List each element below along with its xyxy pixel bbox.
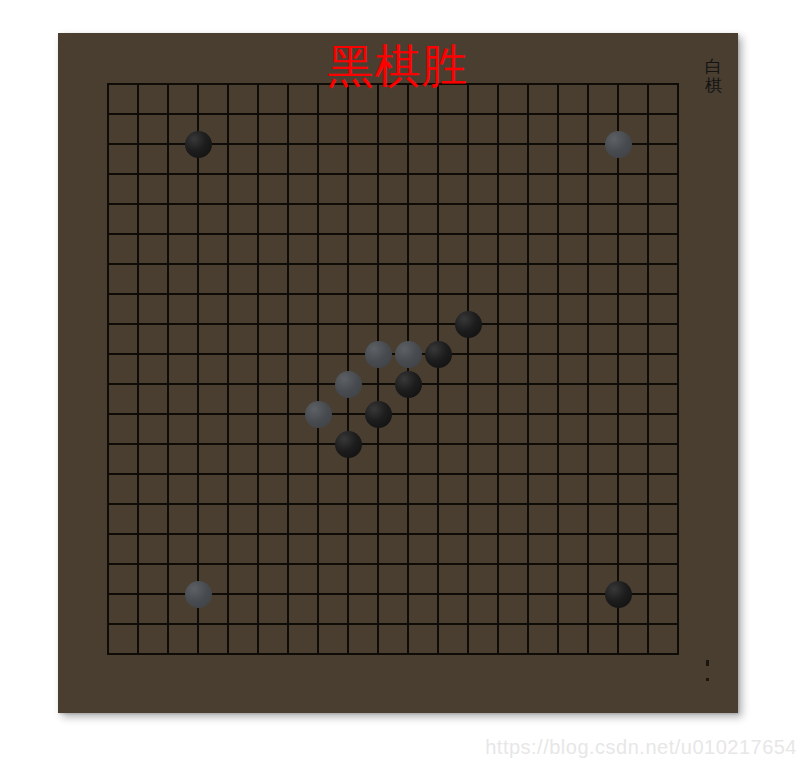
grid-cell[interactable] — [347, 143, 377, 173]
grid-cell[interactable] — [197, 233, 227, 263]
grid-cell[interactable] — [647, 443, 677, 473]
grid-cell[interactable] — [137, 173, 167, 203]
grid-cell[interactable] — [257, 143, 287, 173]
grid-cell[interactable] — [377, 593, 407, 623]
grid-cell[interactable] — [467, 533, 497, 563]
grid-cell[interactable] — [167, 323, 197, 353]
grid-cell[interactable] — [527, 413, 557, 443]
grid-cell[interactable] — [407, 533, 437, 563]
grid-cell[interactable] — [257, 383, 287, 413]
grid-cell[interactable] — [617, 623, 647, 653]
grid-cell[interactable] — [227, 413, 257, 443]
grid-cell[interactable] — [497, 293, 527, 323]
grid-cell[interactable] — [227, 263, 257, 293]
grid-cell[interactable] — [107, 323, 137, 353]
grid-cell[interactable] — [107, 503, 137, 533]
grid-cell[interactable] — [347, 203, 377, 233]
grid-cell[interactable] — [227, 173, 257, 203]
grid-cell[interactable] — [377, 173, 407, 203]
grid-cell[interactable] — [347, 533, 377, 563]
grid-cell[interactable] — [407, 593, 437, 623]
grid-cell[interactable] — [257, 623, 287, 653]
grid-cell[interactable] — [197, 293, 227, 323]
grid-cell[interactable] — [587, 203, 617, 233]
grid-cell[interactable] — [257, 323, 287, 353]
grid-cell[interactable] — [647, 143, 677, 173]
grid-cell[interactable] — [437, 473, 467, 503]
grid-cell[interactable] — [317, 203, 347, 233]
grid-cell[interactable] — [587, 353, 617, 383]
grid-cell[interactable] — [617, 383, 647, 413]
grid-cell[interactable] — [257, 263, 287, 293]
board-grid-area[interactable] — [107, 83, 679, 655]
grid-cell[interactable] — [617, 173, 647, 203]
grid-cell[interactable] — [137, 143, 167, 173]
grid-cell[interactable] — [227, 233, 257, 263]
grid-cell[interactable] — [347, 173, 377, 203]
grid-cell[interactable] — [167, 353, 197, 383]
grid-cell[interactable] — [497, 563, 527, 593]
grid-cell[interactable] — [317, 173, 347, 203]
grid-cell[interactable] — [527, 443, 557, 473]
grid-cell[interactable] — [617, 443, 647, 473]
grid-cell[interactable] — [137, 533, 167, 563]
grid-cell[interactable] — [377, 203, 407, 233]
grid-cell[interactable] — [347, 593, 377, 623]
grid-cell[interactable] — [377, 443, 407, 473]
grid-cell[interactable] — [587, 443, 617, 473]
grid-cell[interactable] — [647, 533, 677, 563]
grid-cell[interactable] — [287, 443, 317, 473]
grid-cell[interactable] — [557, 593, 587, 623]
grid-cell[interactable] — [137, 203, 167, 233]
grid-cell[interactable] — [467, 263, 497, 293]
grid-cell[interactable] — [647, 293, 677, 323]
grid-cell[interactable] — [347, 623, 377, 653]
grid-cell[interactable] — [197, 203, 227, 233]
grid-cell[interactable] — [467, 563, 497, 593]
grid-cell[interactable] — [347, 293, 377, 323]
grid-cell[interactable] — [347, 473, 377, 503]
grid-cell[interactable] — [437, 173, 467, 203]
grid-cell[interactable] — [227, 623, 257, 653]
grid-cell[interactable] — [407, 143, 437, 173]
grid-cell[interactable] — [557, 353, 587, 383]
grid-cell[interactable] — [467, 173, 497, 203]
grid-cell[interactable] — [287, 623, 317, 653]
grid-cell[interactable] — [557, 323, 587, 353]
grid-cell[interactable] — [257, 113, 287, 143]
grid-cell[interactable] — [317, 473, 347, 503]
grid-cell[interactable] — [137, 233, 167, 263]
grid-cell[interactable] — [137, 623, 167, 653]
grid-cell[interactable] — [137, 353, 167, 383]
grid-cell[interactable] — [347, 263, 377, 293]
grid-cell[interactable] — [287, 503, 317, 533]
grid-cell[interactable] — [557, 383, 587, 413]
grid-cell[interactable] — [647, 563, 677, 593]
grid-cell[interactable] — [227, 203, 257, 233]
grid-cell[interactable] — [347, 113, 377, 143]
grid-cell[interactable] — [407, 413, 437, 443]
grid-cell[interactable] — [437, 413, 467, 443]
grid-cell[interactable] — [167, 383, 197, 413]
grid-cell[interactable] — [527, 563, 557, 593]
grid-cell[interactable] — [137, 293, 167, 323]
grid-cell[interactable] — [647, 173, 677, 203]
grid-cell[interactable] — [107, 413, 137, 443]
grid-cell[interactable] — [557, 503, 587, 533]
grid-cell[interactable] — [377, 473, 407, 503]
grid-cell[interactable] — [227, 473, 257, 503]
grid-cell[interactable] — [647, 623, 677, 653]
grid-cell[interactable] — [317, 623, 347, 653]
grid-cell[interactable] — [587, 533, 617, 563]
grid-cell[interactable] — [467, 443, 497, 473]
grid-cell[interactable] — [587, 293, 617, 323]
grid-cell[interactable] — [377, 143, 407, 173]
grid-cell[interactable] — [197, 173, 227, 203]
grid-cell[interactable] — [557, 533, 587, 563]
grid-cell[interactable] — [557, 473, 587, 503]
grid-cell[interactable] — [107, 623, 137, 653]
grid-cell[interactable] — [227, 533, 257, 563]
grid-cell[interactable] — [407, 203, 437, 233]
grid-cell[interactable] — [137, 413, 167, 443]
grid-cell[interactable] — [167, 413, 197, 443]
grid-cell[interactable] — [287, 533, 317, 563]
grid-cell[interactable] — [257, 563, 287, 593]
grid-cell[interactable] — [497, 203, 527, 233]
grid-cell[interactable] — [107, 203, 137, 233]
grid-cell[interactable] — [527, 143, 557, 173]
grid-cell[interactable] — [467, 143, 497, 173]
grid-cell[interactable] — [167, 263, 197, 293]
grid-cell[interactable] — [437, 533, 467, 563]
grid-cell[interactable] — [587, 413, 617, 443]
grid-cell[interactable] — [167, 443, 197, 473]
grid-cell[interactable] — [317, 503, 347, 533]
grid-cell[interactable] — [317, 323, 347, 353]
grid-cell[interactable] — [647, 473, 677, 503]
grid-cell[interactable] — [587, 383, 617, 413]
grid-cell[interactable] — [647, 323, 677, 353]
grid-cell[interactable] — [107, 233, 137, 263]
grid-cell[interactable] — [197, 623, 227, 653]
grid-cell[interactable] — [257, 413, 287, 443]
grid-cell[interactable] — [497, 623, 527, 653]
grid-cell[interactable] — [257, 353, 287, 383]
grid-cell[interactable] — [527, 593, 557, 623]
grid-cell[interactable] — [167, 533, 197, 563]
grid-cell[interactable] — [647, 233, 677, 263]
grid-cell[interactable] — [407, 113, 437, 143]
grid-cell[interactable] — [497, 503, 527, 533]
grid-cell[interactable] — [587, 233, 617, 263]
grid-cell[interactable] — [167, 623, 197, 653]
grid-cell[interactable] — [317, 293, 347, 323]
grid-cell[interactable] — [407, 473, 437, 503]
grid-cell[interactable] — [647, 113, 677, 143]
grid-cell[interactable] — [317, 533, 347, 563]
grid-cell[interactable] — [227, 323, 257, 353]
grid-cell[interactable] — [197, 533, 227, 563]
grid-cell[interactable] — [197, 413, 227, 443]
grid-cell[interactable] — [107, 143, 137, 173]
grid-cell[interactable] — [137, 263, 167, 293]
grid-cell[interactable] — [527, 173, 557, 203]
grid-cell[interactable] — [137, 323, 167, 353]
grid-cell[interactable] — [287, 173, 317, 203]
grid-cell[interactable] — [317, 593, 347, 623]
grid-cell[interactable] — [257, 503, 287, 533]
grid-cell[interactable] — [257, 443, 287, 473]
grid-cell[interactable] — [227, 353, 257, 383]
grid-cell[interactable] — [467, 383, 497, 413]
grid-cell[interactable] — [257, 473, 287, 503]
grid-cell[interactable] — [287, 143, 317, 173]
grid-cell[interactable] — [557, 563, 587, 593]
grid-cell[interactable] — [467, 473, 497, 503]
grid-cell[interactable] — [197, 323, 227, 353]
grid-cell[interactable] — [107, 383, 137, 413]
grid-cell[interactable] — [437, 623, 467, 653]
grid-cell[interactable] — [617, 503, 647, 533]
grid-cell[interactable] — [557, 173, 587, 203]
grid-cell[interactable] — [137, 563, 167, 593]
grid-cell[interactable] — [257, 173, 287, 203]
grid-cell[interactable] — [437, 503, 467, 533]
grid-cell[interactable] — [557, 263, 587, 293]
grid-cell[interactable] — [107, 443, 137, 473]
grid-cell[interactable] — [557, 443, 587, 473]
grid-cell[interactable] — [287, 323, 317, 353]
grid-cell[interactable] — [227, 113, 257, 143]
grid-cell[interactable] — [197, 443, 227, 473]
grid-cell[interactable] — [587, 173, 617, 203]
grid-cell[interactable] — [287, 293, 317, 323]
grid-cell[interactable] — [407, 563, 437, 593]
grid-cell[interactable] — [437, 443, 467, 473]
grid-cell[interactable] — [647, 413, 677, 443]
grid-cell[interactable] — [227, 443, 257, 473]
grid-cell[interactable] — [107, 593, 137, 623]
grid-cell[interactable] — [137, 593, 167, 623]
grid-cell[interactable] — [407, 443, 437, 473]
grid-cell[interactable] — [497, 233, 527, 263]
grid-cell[interactable] — [647, 263, 677, 293]
grid-cell[interactable] — [167, 293, 197, 323]
grid-cell[interactable] — [587, 623, 617, 653]
grid-cell[interactable] — [167, 473, 197, 503]
grid-cell[interactable] — [287, 263, 317, 293]
grid-cell[interactable] — [617, 353, 647, 383]
grid-cell[interactable] — [557, 113, 587, 143]
grid-cell[interactable] — [137, 503, 167, 533]
grid-cell[interactable] — [527, 623, 557, 653]
grid-cell[interactable] — [527, 383, 557, 413]
grid-cell[interactable] — [587, 323, 617, 353]
grid-cell[interactable] — [467, 353, 497, 383]
grid-cell[interactable] — [287, 203, 317, 233]
grid-cell[interactable] — [467, 203, 497, 233]
grid-cell[interactable] — [497, 353, 527, 383]
grid-cell[interactable] — [527, 293, 557, 323]
grid-cell[interactable] — [107, 533, 137, 563]
grid-cell[interactable] — [647, 503, 677, 533]
grid-cell[interactable] — [617, 323, 647, 353]
grid-cell[interactable] — [437, 563, 467, 593]
grid-cell[interactable] — [497, 173, 527, 203]
grid-cell[interactable] — [497, 533, 527, 563]
grid-cell[interactable] — [287, 473, 317, 503]
grid-cell[interactable] — [407, 173, 437, 203]
grid-cell[interactable] — [467, 503, 497, 533]
grid-cell[interactable] — [407, 293, 437, 323]
grid-cell[interactable] — [197, 503, 227, 533]
grid-cell[interactable] — [557, 413, 587, 443]
grid-cell[interactable] — [617, 233, 647, 263]
grid-cell[interactable] — [257, 533, 287, 563]
grid-cell[interactable] — [467, 413, 497, 443]
grid-cell[interactable] — [317, 113, 347, 143]
grid-cell[interactable] — [107, 473, 137, 503]
grid-cell[interactable] — [497, 143, 527, 173]
grid-cell[interactable] — [497, 473, 527, 503]
grid-cell[interactable] — [257, 593, 287, 623]
grid-cell[interactable] — [647, 383, 677, 413]
grid-cell[interactable] — [617, 263, 647, 293]
grid-cell[interactable] — [557, 233, 587, 263]
grid-cell[interactable] — [317, 233, 347, 263]
grid-cell[interactable] — [107, 293, 137, 323]
grid-cell[interactable] — [377, 533, 407, 563]
grid-cell[interactable] — [227, 143, 257, 173]
grid-cell[interactable] — [617, 413, 647, 443]
grid-cell[interactable] — [467, 233, 497, 263]
grid-cell[interactable] — [167, 503, 197, 533]
grid-cell[interactable] — [587, 473, 617, 503]
grid-cell[interactable] — [527, 203, 557, 233]
grid-cell[interactable] — [317, 563, 347, 593]
grid-cell[interactable] — [437, 143, 467, 173]
grid-cell[interactable] — [407, 263, 437, 293]
grid-cell[interactable] — [227, 503, 257, 533]
grid-cell[interactable] — [587, 503, 617, 533]
grid-cell[interactable] — [347, 563, 377, 593]
grid-cell[interactable] — [137, 113, 167, 143]
grid-cell[interactable] — [287, 593, 317, 623]
grid-cell[interactable] — [617, 473, 647, 503]
grid-cell[interactable] — [107, 353, 137, 383]
grid-cell[interactable] — [497, 413, 527, 443]
grid-cell[interactable] — [107, 563, 137, 593]
grid-cell[interactable] — [437, 233, 467, 263]
grid-cell[interactable] — [647, 353, 677, 383]
grid-cell[interactable] — [617, 533, 647, 563]
grid-cell[interactable] — [227, 593, 257, 623]
grid-cell[interactable] — [197, 383, 227, 413]
grid-cell[interactable] — [167, 173, 197, 203]
grid-cell[interactable] — [497, 383, 527, 413]
grid-cell[interactable] — [377, 293, 407, 323]
grid-cell[interactable] — [497, 323, 527, 353]
grid-cell[interactable] — [137, 443, 167, 473]
grid-cell[interactable] — [467, 593, 497, 623]
grid-cell[interactable] — [557, 293, 587, 323]
grid-cell[interactable] — [257, 203, 287, 233]
grid-cell[interactable] — [167, 203, 197, 233]
grid-cell[interactable] — [647, 593, 677, 623]
grid-cell[interactable] — [587, 263, 617, 293]
grid-cell[interactable] — [497, 113, 527, 143]
grid-cell[interactable] — [527, 503, 557, 533]
grid-cell[interactable] — [497, 593, 527, 623]
grid-cell[interactable] — [287, 563, 317, 593]
grid-cell[interactable] — [557, 143, 587, 173]
grid-cell[interactable] — [107, 113, 137, 143]
grid-cell[interactable] — [377, 563, 407, 593]
grid-cell[interactable] — [527, 233, 557, 263]
grid-cell[interactable] — [257, 233, 287, 263]
grid-cell[interactable] — [347, 503, 377, 533]
grid-cell[interactable] — [227, 383, 257, 413]
grid-cell[interactable] — [107, 173, 137, 203]
grid-cell[interactable] — [137, 473, 167, 503]
grid-cell[interactable] — [617, 293, 647, 323]
grid-cell[interactable] — [527, 263, 557, 293]
grid-cell[interactable] — [527, 533, 557, 563]
grid-cell[interactable] — [377, 503, 407, 533]
grid-cell[interactable] — [317, 263, 347, 293]
grid-cell[interactable] — [467, 113, 497, 143]
grid-cell[interactable] — [317, 143, 347, 173]
grid-cell[interactable] — [557, 203, 587, 233]
grid-cell[interactable] — [377, 233, 407, 263]
grid-cell[interactable] — [437, 593, 467, 623]
grid-cell[interactable] — [377, 623, 407, 653]
grid-cell[interactable] — [227, 293, 257, 323]
grid-cell[interactable] — [527, 473, 557, 503]
grid-cell[interactable] — [407, 233, 437, 263]
grid-cell[interactable] — [287, 113, 317, 143]
grid-cell[interactable] — [437, 113, 467, 143]
grid-cell[interactable] — [437, 383, 467, 413]
grid-cell[interactable] — [527, 353, 557, 383]
grid-cell[interactable] — [437, 263, 467, 293]
grid-cell[interactable] — [557, 623, 587, 653]
grid-cell[interactable] — [137, 383, 167, 413]
grid-cell[interactable] — [467, 623, 497, 653]
grid-cell[interactable] — [107, 263, 137, 293]
grid-cell[interactable] — [617, 203, 647, 233]
grid-cell[interactable] — [347, 233, 377, 263]
grid-cell[interactable] — [497, 443, 527, 473]
grid-cell[interactable] — [167, 233, 197, 263]
grid-cell[interactable] — [527, 323, 557, 353]
grid-cell[interactable] — [257, 293, 287, 323]
grid-cell[interactable] — [407, 503, 437, 533]
grid-cell[interactable] — [497, 263, 527, 293]
grid-cell[interactable] — [647, 203, 677, 233]
grid-cell[interactable] — [197, 473, 227, 503]
grid-cell[interactable] — [197, 353, 227, 383]
grid-cell[interactable] — [287, 233, 317, 263]
grid-cell[interactable] — [227, 563, 257, 593]
grid-cell[interactable] — [287, 353, 317, 383]
grid-cell[interactable] — [407, 623, 437, 653]
grid-cell[interactable] — [377, 113, 407, 143]
